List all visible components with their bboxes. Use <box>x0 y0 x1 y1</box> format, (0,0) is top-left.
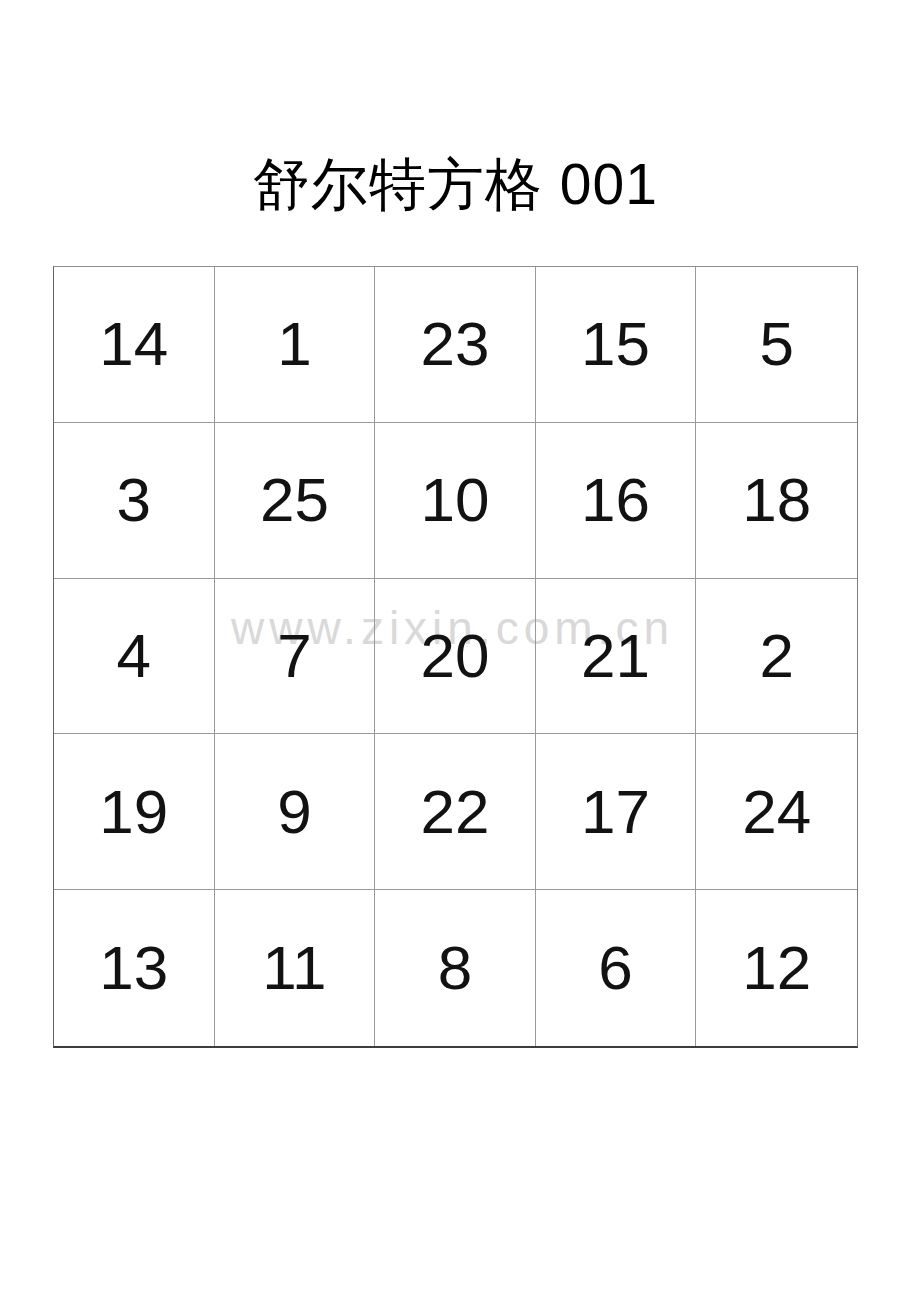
cell-r5c2[interactable]: 11 <box>215 890 376 1046</box>
cell-r1c2[interactable]: 1 <box>215 267 376 423</box>
cell-r1c5[interactable]: 5 <box>696 267 857 423</box>
cell-r2c2[interactable]: 25 <box>215 423 376 579</box>
cell-r4c2[interactable]: 9 <box>215 734 376 890</box>
cell-r2c3[interactable]: 10 <box>375 423 536 579</box>
cell-r5c3[interactable]: 8 <box>375 890 536 1046</box>
cell-r4c5[interactable]: 24 <box>696 734 857 890</box>
cell-r3c4[interactable]: 21 <box>536 579 697 735</box>
cell-r2c1[interactable]: 3 <box>54 423 215 579</box>
cell-r4c1[interactable]: 19 <box>54 734 215 890</box>
schulte-grid: 1412315532510161847202121992217241311861… <box>53 266 858 1048</box>
cell-r1c3[interactable]: 23 <box>375 267 536 423</box>
schulte-grid-page: 舒尔特方格 001 www.zixin.com.cn 1412315532510… <box>0 0 920 1302</box>
cell-r2c4[interactable]: 16 <box>536 423 697 579</box>
cell-r5c5[interactable]: 12 <box>696 890 857 1046</box>
cell-r3c1[interactable]: 4 <box>54 579 215 735</box>
cell-r3c2[interactable]: 7 <box>215 579 376 735</box>
page-title: 舒尔特方格 001 <box>53 150 858 218</box>
cell-r5c4[interactable]: 6 <box>536 890 697 1046</box>
cell-r5c1[interactable]: 13 <box>54 890 215 1046</box>
cell-r3c5[interactable]: 2 <box>696 579 857 735</box>
cell-r1c1[interactable]: 14 <box>54 267 215 423</box>
cell-r1c4[interactable]: 15 <box>536 267 697 423</box>
cell-r4c4[interactable]: 17 <box>536 734 697 890</box>
cell-r2c5[interactable]: 18 <box>696 423 857 579</box>
cell-r4c3[interactable]: 22 <box>375 734 536 890</box>
cell-r3c3[interactable]: 20 <box>375 579 536 735</box>
